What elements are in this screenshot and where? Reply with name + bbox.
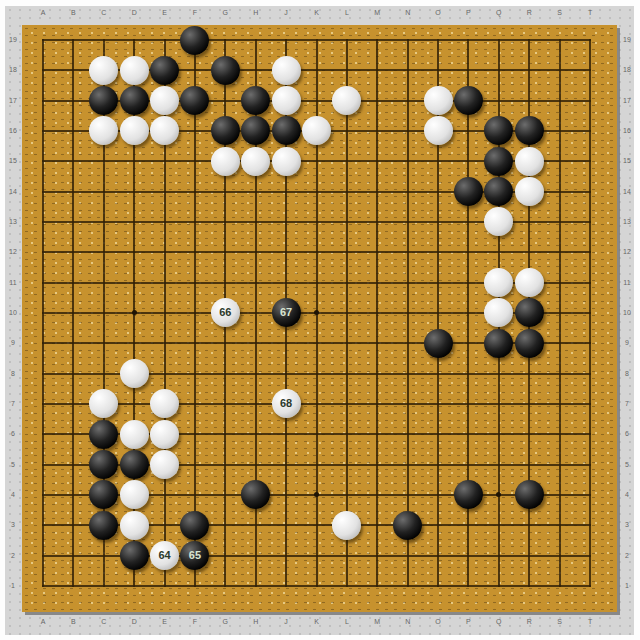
stone-white[interactable] — [424, 116, 453, 145]
stone-black[interactable] — [120, 541, 149, 570]
stone-white[interactable] — [150, 420, 179, 449]
stone-black[interactable] — [211, 56, 240, 85]
stone-black[interactable]: 67 — [272, 298, 301, 327]
star-point — [314, 492, 319, 497]
coordinate-label-left: 16 — [6, 127, 20, 135]
coordinate-label-bottom: E — [157, 618, 173, 626]
stone-black[interactable] — [89, 450, 118, 479]
stone-black[interactable] — [120, 86, 149, 115]
stone-white[interactable]: 64 — [150, 541, 179, 570]
coordinate-label-left: 19 — [6, 36, 20, 44]
stone-white[interactable]: 68 — [272, 389, 301, 418]
coordinate-label-right: 19 — [620, 36, 634, 44]
stone-white[interactable] — [150, 389, 179, 418]
coordinate-label-top: L — [339, 9, 355, 17]
coordinate-label-left: 10 — [6, 309, 20, 317]
stone-white[interactable] — [272, 56, 301, 85]
stone-black[interactable] — [89, 511, 118, 540]
grid-line-horizontal — [42, 403, 591, 405]
coordinate-label-left: 2 — [6, 552, 20, 560]
stone-white[interactable] — [302, 116, 331, 145]
stone-black[interactable]: 65 — [180, 541, 209, 570]
stone-black[interactable] — [241, 480, 270, 509]
stone-white[interactable] — [515, 177, 544, 206]
coordinate-label-bottom: T — [582, 618, 598, 626]
stone-black[interactable] — [89, 86, 118, 115]
grid-line-horizontal — [42, 585, 591, 587]
star-point — [496, 492, 501, 497]
coordinate-label-top: T — [582, 9, 598, 17]
stone-white[interactable] — [332, 511, 361, 540]
stone-white[interactable] — [89, 56, 118, 85]
coordinate-label-left: 14 — [6, 188, 20, 196]
stone-white[interactable] — [120, 480, 149, 509]
stone-black[interactable] — [454, 480, 483, 509]
coordinate-label-left: 4 — [6, 491, 20, 499]
coordinate-label-top: G — [217, 9, 233, 17]
stone-black[interactable] — [515, 329, 544, 358]
stone-white[interactable] — [484, 298, 513, 327]
coordinate-label-top: E — [157, 9, 173, 17]
coordinate-label-right: 6 — [620, 430, 634, 438]
stone-black[interactable] — [180, 511, 209, 540]
stone-black[interactable] — [454, 86, 483, 115]
coordinate-label-top: O — [430, 9, 446, 17]
coordinate-label-top: D — [126, 9, 142, 17]
coordinate-label-right: 18 — [620, 66, 634, 74]
coordinate-label-top: N — [400, 9, 416, 17]
stone-white[interactable] — [484, 207, 513, 236]
stone-white[interactable] — [272, 147, 301, 176]
stone-black[interactable] — [515, 116, 544, 145]
coordinate-label-left: 1 — [6, 582, 20, 590]
coordinate-label-left: 11 — [6, 279, 20, 287]
coordinate-label-left: 12 — [6, 248, 20, 256]
coordinate-label-bottom: H — [248, 618, 264, 626]
coordinate-label-bottom: S — [552, 618, 568, 626]
coordinate-label-top: F — [187, 9, 203, 17]
stone-white[interactable] — [515, 268, 544, 297]
coordinate-label-bottom: B — [65, 618, 81, 626]
coordinate-label-top: H — [248, 9, 264, 17]
stone-black[interactable] — [180, 26, 209, 55]
stone-black[interactable] — [515, 480, 544, 509]
coordinate-label-right: 16 — [620, 127, 634, 135]
coordinate-label-right: 17 — [620, 97, 634, 105]
coordinate-label-right: 11 — [620, 279, 634, 287]
coordinate-label-right: 7 — [620, 400, 634, 408]
stone-black[interactable] — [211, 116, 240, 145]
grid-line-vertical — [589, 39, 591, 587]
move-number-label: 67 — [280, 307, 292, 318]
coordinate-label-left: 18 — [6, 66, 20, 74]
stone-black[interactable] — [150, 56, 179, 85]
stone-black[interactable] — [241, 86, 270, 115]
coordinate-label-bottom: R — [521, 618, 537, 626]
coordinate-label-bottom: M — [369, 618, 385, 626]
move-number-label: 68 — [280, 398, 292, 409]
coordinate-label-right: 5 — [620, 461, 634, 469]
stone-white[interactable] — [150, 86, 179, 115]
coordinate-label-left: 13 — [6, 218, 20, 226]
coordinate-label-right: 9 — [620, 339, 634, 347]
move-number-label: 66 — [219, 307, 231, 318]
coordinate-label-top: K — [309, 9, 325, 17]
coordinate-label-bottom: C — [96, 618, 112, 626]
stone-black[interactable] — [484, 147, 513, 176]
go-diagram-screenshot: 6667686465 AABBCCDDEEFFGGHHJJKKLLMMNNOOP… — [0, 0, 640, 640]
stone-black[interactable] — [89, 480, 118, 509]
stone-white[interactable] — [120, 359, 149, 388]
stone-white[interactable] — [241, 147, 270, 176]
coordinate-label-right: 2 — [620, 552, 634, 560]
stone-white[interactable] — [120, 56, 149, 85]
stone-white[interactable] — [332, 86, 361, 115]
move-number-label: 64 — [158, 550, 170, 561]
coordinate-label-bottom: K — [309, 618, 325, 626]
coordinate-label-right: 1 — [620, 582, 634, 590]
go-board[interactable]: 6667686465 — [22, 25, 617, 612]
stone-black[interactable] — [424, 329, 453, 358]
coordinate-label-top: R — [521, 9, 537, 17]
coordinate-label-bottom: A — [35, 618, 51, 626]
coordinate-label-bottom: D — [126, 618, 142, 626]
star-point — [314, 310, 319, 315]
stone-white[interactable]: 66 — [211, 298, 240, 327]
coordinate-label-right: 12 — [620, 248, 634, 256]
coordinate-label-bottom: Q — [491, 618, 507, 626]
coordinate-label-left: 7 — [6, 400, 20, 408]
coordinate-label-bottom: J — [278, 618, 294, 626]
coordinate-label-top: A — [35, 9, 51, 17]
stone-black[interactable] — [484, 177, 513, 206]
stone-white[interactable] — [150, 116, 179, 145]
coordinate-label-right: 14 — [620, 188, 634, 196]
coordinate-label-bottom: F — [187, 618, 203, 626]
star-point — [132, 310, 137, 315]
stone-white[interactable] — [211, 147, 240, 176]
coordinate-label-left: 15 — [6, 157, 20, 165]
grid-line-vertical — [559, 39, 561, 587]
grid-line-vertical — [407, 39, 409, 587]
coordinate-label-bottom: O — [430, 618, 446, 626]
coordinate-label-bottom: P — [460, 618, 476, 626]
coordinate-label-top: Q — [491, 9, 507, 17]
stone-white[interactable] — [484, 268, 513, 297]
coordinate-label-left: 5 — [6, 461, 20, 469]
coordinate-label-top: M — [369, 9, 385, 17]
stone-white[interactable] — [89, 116, 118, 145]
stone-white[interactable] — [424, 86, 453, 115]
coordinate-label-right: 8 — [620, 370, 634, 378]
coordinate-label-bottom: G — [217, 618, 233, 626]
coordinate-label-right: 13 — [620, 218, 634, 226]
coordinate-label-right: 3 — [620, 521, 634, 529]
coordinate-label-top: P — [460, 9, 476, 17]
stone-white[interactable] — [120, 420, 149, 449]
stone-white[interactable] — [89, 389, 118, 418]
coordinate-label-left: 8 — [6, 370, 20, 378]
stone-white[interactable] — [515, 147, 544, 176]
grid-line-vertical — [376, 39, 378, 587]
coordinate-label-top: J — [278, 9, 294, 17]
coordinate-label-left: 17 — [6, 97, 20, 105]
coordinate-label-top: S — [552, 9, 568, 17]
coordinate-label-top: B — [65, 9, 81, 17]
stone-black[interactable] — [272, 116, 301, 145]
stone-white[interactable] — [272, 86, 301, 115]
move-number-label: 65 — [189, 550, 201, 561]
coordinate-label-top: C — [96, 9, 112, 17]
stone-black[interactable] — [241, 116, 270, 145]
stone-white[interactable] — [120, 511, 149, 540]
stone-black[interactable] — [484, 329, 513, 358]
coordinate-label-right: 4 — [620, 491, 634, 499]
stone-black[interactable] — [180, 86, 209, 115]
stone-white[interactable] — [120, 116, 149, 145]
grid-line-vertical — [346, 39, 348, 587]
coordinate-label-left: 3 — [6, 521, 20, 529]
stone-white[interactable] — [150, 450, 179, 479]
coordinate-label-bottom: L — [339, 618, 355, 626]
coordinate-label-right: 10 — [620, 309, 634, 317]
stone-black[interactable] — [515, 298, 544, 327]
coordinate-label-left: 6 — [6, 430, 20, 438]
stone-black[interactable] — [120, 450, 149, 479]
coordinate-label-left: 9 — [6, 339, 20, 347]
coordinate-label-right: 15 — [620, 157, 634, 165]
stone-black[interactable] — [393, 511, 422, 540]
stone-black[interactable] — [454, 177, 483, 206]
stone-black[interactable] — [484, 116, 513, 145]
stone-black[interactable] — [89, 420, 118, 449]
coordinate-label-bottom: N — [400, 618, 416, 626]
